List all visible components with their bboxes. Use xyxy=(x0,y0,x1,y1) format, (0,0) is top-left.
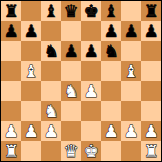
piece-white-pawn[interactable]: ♟ xyxy=(3,121,18,141)
square-g8[interactable] xyxy=(121,1,141,21)
piece-white-rook[interactable]: ♜ xyxy=(3,141,18,161)
square-e1[interactable]: ♚ xyxy=(81,141,101,161)
square-f1[interactable] xyxy=(101,141,121,161)
square-f5[interactable] xyxy=(101,61,121,81)
square-b1[interactable] xyxy=(21,141,41,161)
piece-black-bishop[interactable]: ♝ xyxy=(103,1,118,21)
square-g5[interactable]: ♝ xyxy=(121,61,141,81)
square-e6[interactable]: ♟ xyxy=(81,41,101,61)
piece-black-pawn[interactable]: ♟ xyxy=(103,21,118,41)
square-c7[interactable] xyxy=(41,21,61,41)
square-d1[interactable]: ♛ xyxy=(61,141,81,161)
piece-white-rook[interactable]: ♜ xyxy=(143,141,158,161)
square-h6[interactable] xyxy=(141,41,161,61)
square-f8[interactable]: ♝ xyxy=(101,1,121,21)
square-h8[interactable]: ♜ xyxy=(141,1,161,21)
piece-white-pawn[interactable]: ♟ xyxy=(123,121,138,141)
square-d7[interactable] xyxy=(61,21,81,41)
square-f4[interactable] xyxy=(101,81,121,101)
chess-board-frame: ♜♝♛♚♝♜♟♟♟♟♟♞♟♟♞♝♝♞♟♞♟♟♟♟♟♟♜♛♚♜ xyxy=(0,0,162,162)
piece-black-rook[interactable]: ♜ xyxy=(3,1,18,21)
piece-white-knight[interactable]: ♞ xyxy=(43,101,58,121)
piece-white-pawn[interactable]: ♟ xyxy=(43,121,58,141)
square-a2[interactable]: ♟ xyxy=(1,121,21,141)
piece-black-pawn[interactable]: ♟ xyxy=(83,41,98,61)
square-h2[interactable]: ♟ xyxy=(141,121,161,141)
square-e8[interactable]: ♚ xyxy=(81,1,101,21)
piece-black-bishop[interactable]: ♝ xyxy=(43,1,58,21)
piece-black-pawn[interactable]: ♟ xyxy=(123,21,138,41)
square-c5[interactable] xyxy=(41,61,61,81)
square-a6[interactable] xyxy=(1,41,21,61)
square-b2[interactable]: ♟ xyxy=(21,121,41,141)
square-c6[interactable]: ♞ xyxy=(41,41,61,61)
square-d6[interactable]: ♟ xyxy=(61,41,81,61)
piece-white-pawn[interactable]: ♟ xyxy=(143,121,158,141)
square-e2[interactable] xyxy=(81,121,101,141)
square-g2[interactable]: ♟ xyxy=(121,121,141,141)
piece-white-pawn[interactable]: ♟ xyxy=(103,121,118,141)
square-d4[interactable]: ♞ xyxy=(61,81,81,101)
square-h7[interactable]: ♟ xyxy=(141,21,161,41)
square-c4[interactable] xyxy=(41,81,61,101)
piece-white-king[interactable]: ♚ xyxy=(83,141,98,161)
square-f7[interactable]: ♟ xyxy=(101,21,121,41)
square-f3[interactable] xyxy=(101,101,121,121)
square-e5[interactable] xyxy=(81,61,101,81)
square-c3[interactable]: ♞ xyxy=(41,101,61,121)
square-f2[interactable]: ♟ xyxy=(101,121,121,141)
piece-black-pawn[interactable]: ♟ xyxy=(3,21,18,41)
square-h3[interactable] xyxy=(141,101,161,121)
square-a4[interactable] xyxy=(1,81,21,101)
square-e3[interactable] xyxy=(81,101,101,121)
square-b7[interactable]: ♟ xyxy=(21,21,41,41)
square-b3[interactable] xyxy=(21,101,41,121)
piece-white-pawn[interactable]: ♟ xyxy=(83,81,98,101)
square-c2[interactable]: ♟ xyxy=(41,121,61,141)
square-g1[interactable] xyxy=(121,141,141,161)
piece-white-knight[interactable]: ♞ xyxy=(63,81,78,101)
square-c1[interactable] xyxy=(41,141,61,161)
square-h5[interactable] xyxy=(141,61,161,81)
piece-black-pawn[interactable]: ♟ xyxy=(23,21,38,41)
square-g7[interactable]: ♟ xyxy=(121,21,141,41)
square-g4[interactable] xyxy=(121,81,141,101)
piece-black-king[interactable]: ♚ xyxy=(83,1,98,21)
square-b8[interactable] xyxy=(21,1,41,21)
piece-black-pawn[interactable]: ♟ xyxy=(63,41,78,61)
piece-white-pawn[interactable]: ♟ xyxy=(23,121,38,141)
piece-white-bishop[interactable]: ♝ xyxy=(123,61,138,81)
square-a3[interactable] xyxy=(1,101,21,121)
square-d8[interactable]: ♛ xyxy=(61,1,81,21)
piece-black-knight[interactable]: ♞ xyxy=(43,41,58,61)
square-e7[interactable] xyxy=(81,21,101,41)
piece-black-pawn[interactable]: ♟ xyxy=(143,21,158,41)
square-c8[interactable]: ♝ xyxy=(41,1,61,21)
square-d2[interactable] xyxy=(61,121,81,141)
square-g3[interactable] xyxy=(121,101,141,121)
square-g6[interactable] xyxy=(121,41,141,61)
square-b4[interactable] xyxy=(21,81,41,101)
square-h4[interactable] xyxy=(141,81,161,101)
square-d3[interactable] xyxy=(61,101,81,121)
square-d5[interactable] xyxy=(61,61,81,81)
square-h1[interactable]: ♜ xyxy=(141,141,161,161)
piece-white-queen[interactable]: ♛ xyxy=(63,141,78,161)
square-b5[interactable]: ♝ xyxy=(21,61,41,81)
piece-black-queen[interactable]: ♛ xyxy=(63,1,78,21)
piece-white-bishop[interactable]: ♝ xyxy=(23,61,38,81)
chess-board: ♜♝♛♚♝♜♟♟♟♟♟♞♟♟♞♝♝♞♟♞♟♟♟♟♟♟♜♛♚♜ xyxy=(1,1,161,161)
square-a1[interactable]: ♜ xyxy=(1,141,21,161)
square-a5[interactable] xyxy=(1,61,21,81)
square-e4[interactable]: ♟ xyxy=(81,81,101,101)
square-a7[interactable]: ♟ xyxy=(1,21,21,41)
square-a8[interactable]: ♜ xyxy=(1,1,21,21)
piece-black-knight[interactable]: ♞ xyxy=(103,41,118,61)
square-b6[interactable] xyxy=(21,41,41,61)
piece-black-rook[interactable]: ♜ xyxy=(143,1,158,21)
square-f6[interactable]: ♞ xyxy=(101,41,121,61)
